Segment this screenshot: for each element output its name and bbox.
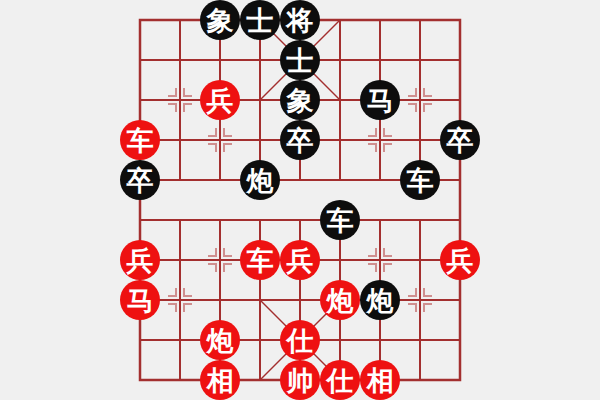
piece-black-pawn-2[interactable]: 卒 — [440, 120, 480, 160]
piece-black-elephant-1[interactable]: 象 — [200, 0, 240, 40]
piece-red-pawn-1[interactable]: 兵 — [200, 80, 240, 120]
piece-black-cannon-1[interactable]: 炮 — [240, 160, 280, 200]
piece-red-chariot-1[interactable]: 车 — [120, 120, 160, 160]
piece-red-advisor-2[interactable]: 仕 — [320, 360, 360, 400]
piece-red-elephant-1[interactable]: 相 — [200, 360, 240, 400]
piece-black-pawn-1[interactable]: 卒 — [280, 120, 320, 160]
piece-black-horse[interactable]: 马 — [360, 80, 400, 120]
piece-red-cannon-2[interactable]: 炮 — [200, 320, 240, 360]
piece-black-pawn-3[interactable]: 卒 — [120, 160, 160, 200]
piece-red-general[interactable]: 帅 — [280, 360, 320, 400]
piece-black-advisor-2[interactable]: 士 — [280, 40, 320, 80]
piece-red-pawn-4[interactable]: 兵 — [440, 240, 480, 280]
piece-red-elephant-2[interactable]: 相 — [360, 360, 400, 400]
piece-black-general[interactable]: 将 — [280, 0, 320, 40]
piece-black-advisor-1[interactable]: 士 — [240, 0, 280, 40]
piece-black-elephant-2[interactable]: 象 — [280, 80, 320, 120]
piece-red-horse[interactable]: 马 — [120, 280, 160, 320]
piece-red-advisor-1[interactable]: 仕 — [280, 320, 320, 360]
piece-red-pawn-2[interactable]: 兵 — [120, 240, 160, 280]
piece-black-chariot-2[interactable]: 车 — [320, 200, 360, 240]
piece-red-chariot-2[interactable]: 车 — [240, 240, 280, 280]
piece-black-chariot-1[interactable]: 车 — [400, 160, 440, 200]
piece-black-cannon-2[interactable]: 炮 — [360, 280, 400, 320]
piece-red-cannon-1[interactable]: 炮 — [320, 280, 360, 320]
xiangqi-board[interactable]: 象士将士象马卒卒卒炮车车炮兵车兵车兵兵马炮炮仕相帅仕相 — [0, 0, 600, 400]
piece-layer[interactable]: 象士将士象马卒卒卒炮车车炮兵车兵车兵兵马炮炮仕相帅仕相 — [120, 0, 480, 400]
piece-red-pawn-3[interactable]: 兵 — [280, 240, 320, 280]
